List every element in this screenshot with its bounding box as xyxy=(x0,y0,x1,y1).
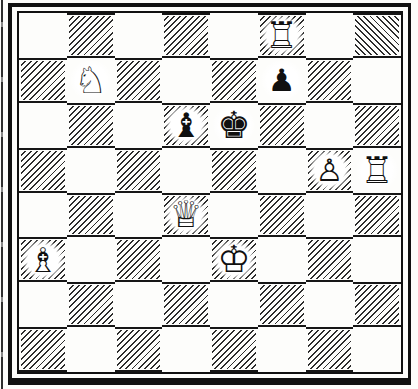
square-f2 xyxy=(258,282,306,327)
square-d3 xyxy=(162,237,210,282)
square-d5 xyxy=(162,148,210,193)
square-g7 xyxy=(306,58,354,103)
square-a2 xyxy=(19,282,67,327)
square-e8 xyxy=(210,13,258,58)
square-h3 xyxy=(353,237,401,282)
page-edge-line xyxy=(1,0,3,389)
square-b6 xyxy=(67,103,115,148)
square-e6: ♚ xyxy=(210,103,258,148)
square-c2 xyxy=(115,282,163,327)
square-d4: ♕ xyxy=(162,193,210,238)
square-b8 xyxy=(67,13,115,58)
square-f5 xyxy=(258,148,306,193)
piece-white-rook-f8: ♖ xyxy=(260,14,304,56)
square-g2 xyxy=(306,282,354,327)
square-c5 xyxy=(115,148,163,193)
square-c4 xyxy=(115,193,163,238)
chess-board-frame: ♖♘♟♝♚♙♖♕♗♔ xyxy=(8,3,411,385)
square-b4 xyxy=(67,193,115,238)
square-a1 xyxy=(19,327,67,372)
piece-white-pawn-g5: ♙ xyxy=(308,149,352,191)
square-a8 xyxy=(19,13,67,58)
square-e1 xyxy=(210,327,258,372)
square-d2 xyxy=(162,282,210,327)
square-f7: ♟ xyxy=(258,58,306,103)
square-f1 xyxy=(258,327,306,372)
square-b2 xyxy=(67,282,115,327)
square-d8 xyxy=(162,13,210,58)
piece-white-bishop-a3: ♗ xyxy=(21,239,65,281)
square-b3 xyxy=(67,237,115,282)
square-e5 xyxy=(210,148,258,193)
square-b5 xyxy=(67,148,115,193)
scanned-page: ♖♘♟♝♚♙♖♕♗♔ xyxy=(0,0,418,389)
square-f6 xyxy=(258,103,306,148)
square-c8 xyxy=(115,13,163,58)
square-e2 xyxy=(210,282,258,327)
square-f4 xyxy=(258,193,306,238)
square-f3 xyxy=(258,237,306,282)
square-b7: ♘ xyxy=(67,58,115,103)
square-f8: ♖ xyxy=(258,13,306,58)
square-h8 xyxy=(353,13,401,58)
square-e3: ♔ xyxy=(210,237,258,282)
square-h7 xyxy=(353,58,401,103)
square-g5: ♙ xyxy=(306,148,354,193)
square-g8 xyxy=(306,13,354,58)
square-b1 xyxy=(67,327,115,372)
piece-white-rook-h5: ♖ xyxy=(355,149,399,191)
square-g3 xyxy=(306,237,354,282)
piece-white-king-e3: ♔ xyxy=(212,239,256,281)
square-g1 xyxy=(306,327,354,372)
square-c6 xyxy=(115,103,163,148)
square-h2 xyxy=(353,282,401,327)
square-c7 xyxy=(115,58,163,103)
square-h5: ♖ xyxy=(353,148,401,193)
square-c3 xyxy=(115,237,163,282)
square-a7 xyxy=(19,58,67,103)
square-h4 xyxy=(353,193,401,238)
square-a4 xyxy=(19,193,67,238)
square-d1 xyxy=(162,327,210,372)
square-c1 xyxy=(115,327,163,372)
square-h1 xyxy=(353,327,401,372)
piece-black-pawn-f7: ♟ xyxy=(260,59,304,101)
square-a3: ♗ xyxy=(19,237,67,282)
square-d6: ♝ xyxy=(162,103,210,148)
square-h6 xyxy=(353,103,401,148)
square-e4 xyxy=(210,193,258,238)
square-a6 xyxy=(19,103,67,148)
square-g6 xyxy=(306,103,354,148)
piece-black-king-e6: ♚ xyxy=(212,104,256,146)
square-a5 xyxy=(19,148,67,193)
square-e7 xyxy=(210,58,258,103)
chess-board: ♖♘♟♝♚♙♖♕♗♔ xyxy=(17,11,403,374)
piece-white-knight-b7: ♘ xyxy=(69,59,113,101)
piece-black-bishop-d6: ♝ xyxy=(164,104,208,146)
square-g4 xyxy=(306,193,354,238)
piece-white-queen-d4: ♕ xyxy=(164,194,208,236)
square-d7 xyxy=(162,58,210,103)
